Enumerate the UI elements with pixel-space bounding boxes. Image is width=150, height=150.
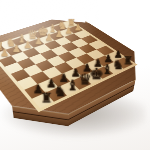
- piece-white-pawn: ♟: [0, 48, 11, 58]
- piece-white-pawn: ♟: [22, 40, 35, 50]
- piece-white-pawn: ♟: [43, 33, 55, 42]
- square-f5: [69, 48, 87, 58]
- piece-white-pawn: ♟: [10, 44, 23, 54]
- piece-white-pawn: ♟: [33, 37, 45, 47]
- chess-set-product-photo: ♜♞♝♛♚♝♞♜♟♟♟♟♟♟♟♟♟♟♟♟♟♟♟♟♜♞♝♛♚♝♞♜: [0, 0, 150, 150]
- piece-black-rook: ♜: [39, 91, 55, 105]
